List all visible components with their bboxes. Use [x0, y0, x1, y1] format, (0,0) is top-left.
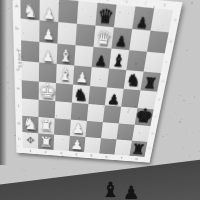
square-a2[interactable]: [40, 0, 60, 22]
square-b2[interactable]: [39, 20, 58, 43]
square-h8[interactable]: [129, 141, 147, 157]
coord-label: f: [16, 103, 22, 109]
coord-label: 2: [38, 150, 53, 156]
coord-label: d: [15, 66, 21, 73]
coord-label: e: [15, 85, 21, 91]
coord-label: c: [163, 60, 170, 67]
coord-label: g: [149, 131, 155, 136]
square-b8[interactable]: [147, 31, 169, 54]
square-f2[interactable]: [38, 100, 55, 118]
square-h4[interactable]: [69, 136, 86, 152]
square-g1[interactable]: [22, 116, 38, 134]
board-wrap: ♞♟♟♟♝♝♟♛♚♞♜♜♟♟♛♟♟♟♝♞♜♞♟♚♜✥ CHESS 1234567…: [12, 0, 182, 163]
board-brand-text: CHESS: [16, 36, 22, 81]
square-a8[interactable]: [151, 8, 174, 32]
table-dark-band: [0, 158, 200, 200]
square-a4[interactable]: [77, 1, 98, 26]
square-e2[interactable]: [39, 82, 56, 102]
square-b3[interactable]: [57, 22, 76, 45]
square-d4[interactable]: [73, 65, 92, 86]
square-f3[interactable]: [55, 101, 72, 119]
square-e4[interactable]: [72, 85, 90, 104]
square-e8[interactable]: [137, 90, 157, 109]
square-c8[interactable]: [144, 52, 165, 73]
square-d1[interactable]: [21, 61, 39, 82]
chess-photo-scene: ♞♟♟♟♝♝♟♛♚♞♜♜♟♟♛♟♟♟♝♞♜♞♟♚♜✥ CHESS 1234567…: [0, 0, 200, 200]
coord-label: 3: [53, 151, 68, 157]
square-d2[interactable]: [39, 62, 57, 83]
coord-label: e: [155, 97, 162, 103]
square-c3[interactable]: [57, 44, 76, 66]
square-c2[interactable]: [39, 42, 57, 64]
square-f8[interactable]: [135, 108, 154, 126]
square-h2[interactable]: [38, 133, 54, 150]
coord-label: b: [167, 39, 175, 46]
square-e3[interactable]: [55, 83, 73, 102]
coord-label: h: [146, 147, 152, 152]
square-g4[interactable]: [70, 120, 87, 137]
square-h3[interactable]: [53, 135, 69, 152]
square-h1[interactable]: [22, 132, 38, 149]
coord-label: f: [152, 115, 159, 121]
coord-label: 4: [68, 152, 84, 158]
square-b1[interactable]: [21, 19, 40, 42]
square-d3[interactable]: [56, 64, 74, 85]
coord-label: a: [13, 2, 20, 10]
square-g2[interactable]: [38, 117, 54, 135]
square-b4[interactable]: [76, 24, 96, 47]
coord-label: 6: [99, 154, 115, 160]
square-g8[interactable]: [132, 125, 150, 142]
square-f1[interactable]: [22, 98, 39, 117]
coord-label: h: [16, 137, 22, 142]
coord-label: 1: [23, 148, 38, 154]
chess-board: ♞♟♟♟♝♝♟♛♚♞♜♜♟♟♛♟♟♟♝♞♜♞♟♚♜✥ CHESS 1234567…: [12, 0, 182, 163]
coord-label: g: [16, 120, 22, 126]
square-d8[interactable]: [140, 72, 160, 92]
square-a3[interactable]: [58, 0, 78, 24]
square-c4[interactable]: [74, 45, 93, 67]
coord-label: b: [14, 25, 21, 33]
coord-label: 7: [114, 155, 130, 161]
coord-label: a: [171, 17, 179, 25]
square-g3[interactable]: [54, 118, 71, 135]
coord-label: c: [14, 46, 21, 53]
square-e1[interactable]: [22, 80, 39, 100]
square-f4[interactable]: [71, 103, 89, 121]
square-c1[interactable]: [21, 40, 39, 62]
photo-left-edge-shadow: [0, 0, 7, 165]
square-a1[interactable]: [20, 0, 39, 20]
coord-label: d: [159, 79, 166, 85]
coord-label: 8: [129, 156, 145, 162]
coord-label: 5: [84, 153, 100, 159]
